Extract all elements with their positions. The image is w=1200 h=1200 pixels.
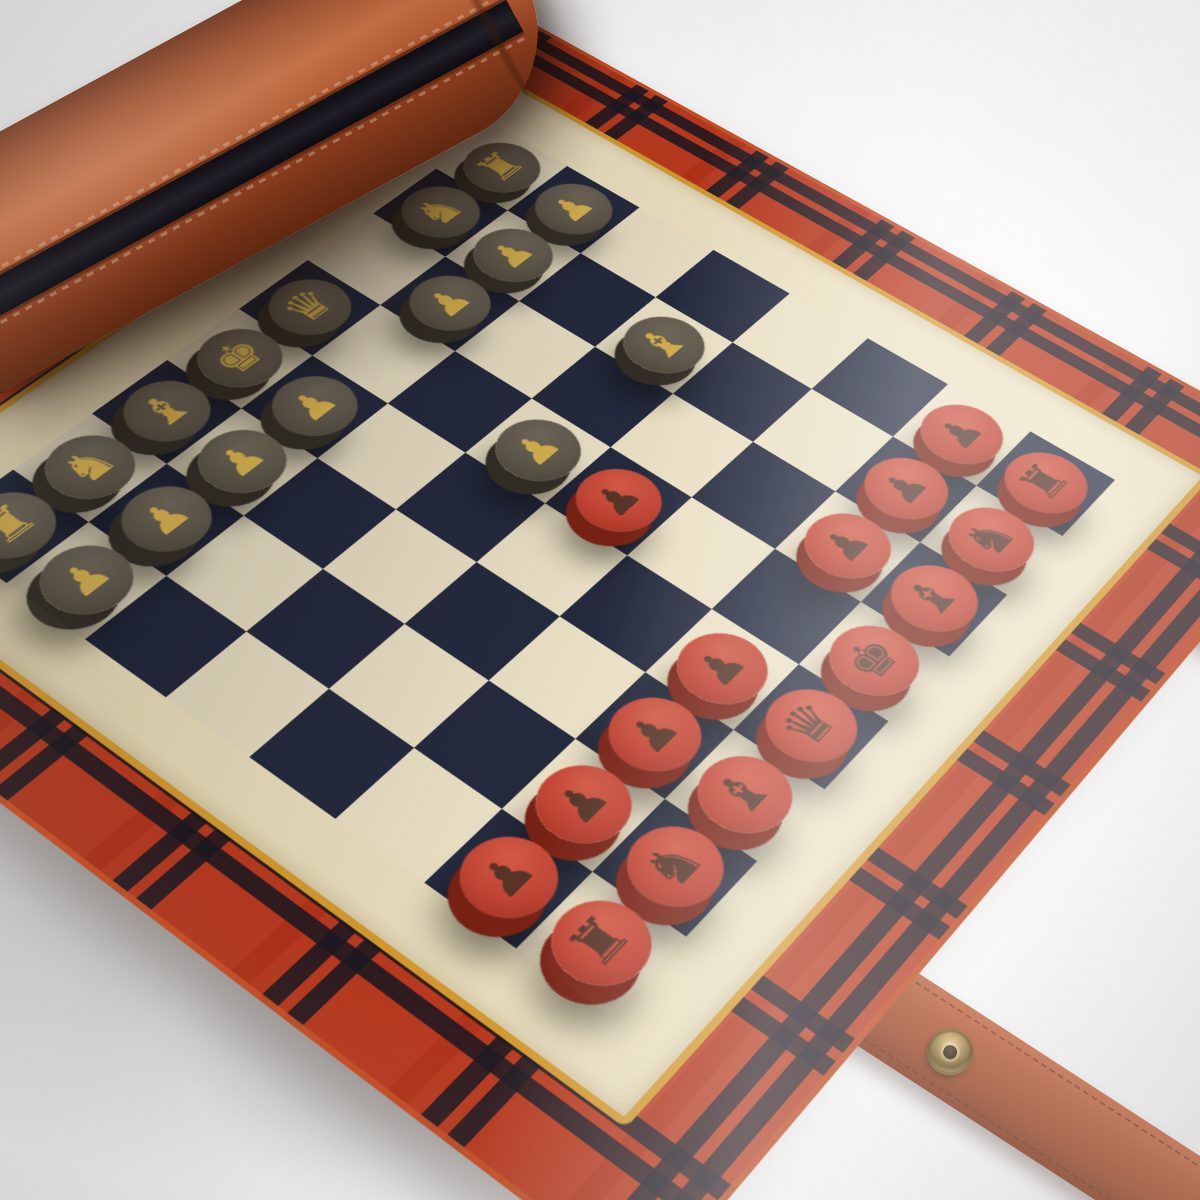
scene: ♜♞♛♚♝♞♜♟♟♟♟♟♟♟♝♟♟♟♟♟♟♟♟♟♜♞♝♚♛♝♞♜ — [0, 0, 1200, 1200]
brass-snap-button — [918, 1020, 982, 1084]
